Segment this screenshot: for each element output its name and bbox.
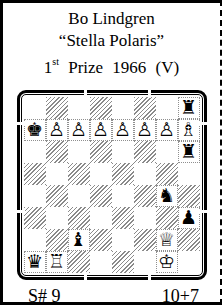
square-e3 <box>112 207 134 229</box>
square-d8 <box>90 97 112 119</box>
frame-notch <box>148 272 151 281</box>
square-h7: ♗ <box>178 119 200 141</box>
square-d7: ♙ <box>90 119 112 141</box>
board-grid: ♜♚♙♙♙♙♙♙♗♜♞♟♝♕♛♖♔ <box>24 97 200 273</box>
square-f4 <box>134 185 156 207</box>
square-a7: ♚ <box>24 119 46 141</box>
problem-header: Bo Lindgren “Stella Polaris” 1st Prize 1… <box>3 8 220 79</box>
frame-notch <box>84 89 87 98</box>
square-c5 <box>68 163 90 185</box>
square-c3 <box>68 207 90 229</box>
award-line: 1st Prize 1966 (V) <box>3 52 220 79</box>
square-c7: ♙ <box>68 119 90 141</box>
square-f6 <box>134 141 156 163</box>
white-pawn-e7: ♙ <box>114 120 131 139</box>
white-queen-g2: ♕ <box>158 230 175 249</box>
frame-notch <box>199 122 208 125</box>
square-g7: ♙ <box>156 119 178 141</box>
caption-row: S# 9 10+7 <box>3 286 220 305</box>
square-f7: ♙ <box>134 119 156 141</box>
black-pawn-h3: ♟ <box>180 208 197 227</box>
white-king-g1: ♔ <box>158 252 175 271</box>
award-ordinal-suffix: st <box>52 56 59 67</box>
author-name: Bo Lindgren <box>3 8 220 30</box>
square-b1: ♖ <box>46 251 68 273</box>
frame-notch <box>16 210 25 213</box>
square-c8 <box>68 97 90 119</box>
square-h2 <box>178 229 200 251</box>
white-pawn-g7: ♙ <box>158 120 175 139</box>
square-f8 <box>134 97 156 119</box>
board-frame: ♜♚♙♙♙♙♙♙♗♜♞♟♝♕♛♖♔ <box>17 90 207 280</box>
square-b6 <box>46 141 68 163</box>
square-g3 <box>156 207 178 229</box>
square-h8: ♜ <box>178 97 200 119</box>
award-number: 1 <box>44 58 53 77</box>
square-d6 <box>90 141 112 163</box>
square-c6 <box>68 141 90 163</box>
frame-notch <box>199 210 208 213</box>
square-a2 <box>24 229 46 251</box>
white-pawn-f7: ♙ <box>136 120 153 139</box>
board-inner-border: ♜♚♙♙♙♙♙♙♗♜♞♟♝♕♛♖♔ <box>21 94 203 276</box>
black-rook-h6: ♜ <box>180 142 197 161</box>
square-c2: ♝ <box>68 229 90 251</box>
black-bishop-c2: ♝ <box>70 230 87 249</box>
white-rook-b1: ♖ <box>48 252 65 271</box>
square-a6 <box>24 141 46 163</box>
square-d5 <box>90 163 112 185</box>
award-text: Prize 1966 (V) <box>68 58 179 77</box>
square-a4 <box>24 185 46 207</box>
square-e8 <box>112 97 134 119</box>
square-f2 <box>134 229 156 251</box>
square-b5 <box>46 163 68 185</box>
square-d2 <box>90 229 112 251</box>
square-d4 <box>90 185 112 207</box>
white-bishop-h7: ♗ <box>180 120 197 139</box>
square-d1 <box>90 251 112 273</box>
frame-notch <box>16 122 25 125</box>
problem-title: “Stella Polaris” <box>3 30 220 52</box>
square-b2 <box>46 229 68 251</box>
black-rook-h8: ♜ <box>180 98 197 117</box>
square-e7: ♙ <box>112 119 134 141</box>
square-a1: ♛ <box>24 251 46 273</box>
square-a3 <box>24 207 46 229</box>
square-a5 <box>24 163 46 185</box>
square-g1: ♔ <box>156 251 178 273</box>
square-b7: ♙ <box>46 119 68 141</box>
square-g8 <box>156 97 178 119</box>
square-e1 <box>112 251 134 273</box>
square-h1 <box>178 251 200 273</box>
square-d3 <box>90 207 112 229</box>
square-f1 <box>134 251 156 273</box>
white-pawn-b7: ♙ <box>48 120 65 139</box>
square-c4 <box>68 185 90 207</box>
black-king-a7: ♚ <box>26 120 43 139</box>
square-e6 <box>112 141 134 163</box>
square-c1 <box>68 251 90 273</box>
square-h3: ♟ <box>178 207 200 229</box>
black-queen-a1: ♛ <box>26 252 43 271</box>
square-b8 <box>46 97 68 119</box>
square-g5 <box>156 163 178 185</box>
white-pawn-c7: ♙ <box>70 120 87 139</box>
square-h6: ♜ <box>178 141 200 163</box>
piece-count-label: 10+7 <box>162 286 199 305</box>
black-knight-g4: ♞ <box>158 186 175 205</box>
clipping-frame: Bo Lindgren “Stella Polaris” 1st Prize 1… <box>0 0 222 305</box>
square-e4 <box>112 185 134 207</box>
square-e5 <box>112 163 134 185</box>
square-g2: ♕ <box>156 229 178 251</box>
white-pawn-d7: ♙ <box>92 120 109 139</box>
square-a8 <box>24 97 46 119</box>
stipulation-label: S# 9 <box>28 286 61 305</box>
square-f3 <box>134 207 156 229</box>
frame-notch <box>148 89 151 98</box>
square-f5 <box>134 163 156 185</box>
square-b4 <box>46 185 68 207</box>
square-b3 <box>46 207 68 229</box>
square-g6 <box>156 141 178 163</box>
square-h5 <box>178 163 200 185</box>
frame-notch <box>84 272 87 281</box>
square-g4: ♞ <box>156 185 178 207</box>
square-h4 <box>178 185 200 207</box>
square-e2 <box>112 229 134 251</box>
